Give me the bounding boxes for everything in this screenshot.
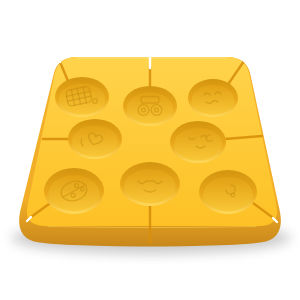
cavity-middle-left-floor — [72, 125, 118, 156]
cavity-top-right — [188, 79, 238, 117]
slot-top-right-notch — [244, 57, 247, 61]
cavity-middle-right-floor — [174, 128, 222, 161]
cavity-bottom-right — [199, 170, 257, 214]
slot-top-left-notch — [56, 57, 60, 62]
cavity-bottom-middle-floor — [125, 169, 176, 203]
cavity-bottom-middle — [120, 162, 180, 206]
lollipop-mold-illustration — [0, 0, 300, 300]
cavity-top-right-floor — [192, 85, 235, 115]
cavity-middle-right — [170, 121, 226, 163]
cavity-middle-left — [68, 119, 122, 159]
product-photo — [0, 0, 300, 300]
cavity-top-left-floor — [59, 83, 105, 114]
cavity-bottom-left — [44, 168, 104, 214]
cavity-top-middle — [123, 86, 177, 126]
cavity-top-left — [55, 77, 109, 117]
cavity-bottom-right-floor — [203, 177, 252, 211]
